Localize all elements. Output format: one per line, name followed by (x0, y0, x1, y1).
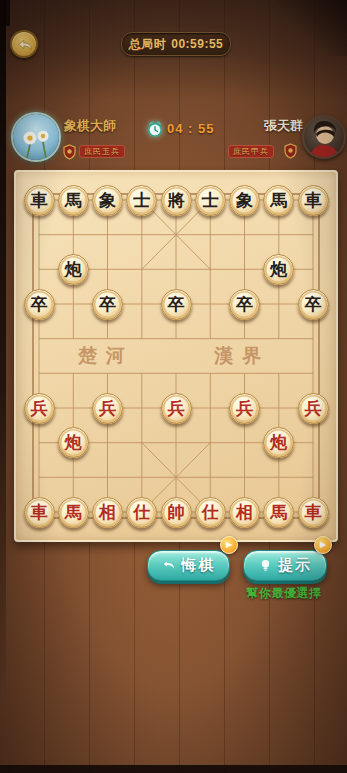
alarm-clock-icon (146, 120, 164, 138)
piece-red-馬[interactable]: 馬 (263, 497, 294, 528)
piece-black-炮[interactable]: 炮 (58, 254, 89, 285)
top-right-shadow (275, 0, 347, 56)
piece-red-仕[interactable]: 仕 (195, 497, 226, 528)
portrait-avatar-image (304, 117, 344, 157)
left-edge-shadow (0, 0, 6, 705)
hint-button[interactable]: 提示 (243, 550, 327, 581)
piece-red-兵[interactable]: 兵 (24, 393, 55, 424)
piece-black-馬[interactable]: 馬 (263, 185, 294, 216)
piece-black-卒[interactable]: 卒 (161, 289, 192, 320)
piece-black-卒[interactable]: 卒 (92, 289, 123, 320)
piece-red-兵[interactable]: 兵 (298, 393, 329, 424)
undo-button[interactable]: 悔棋 (147, 550, 230, 581)
piece-black-士[interactable]: 士 (195, 185, 226, 216)
undo-ad-play-badge[interactable]: ▶ (220, 536, 238, 554)
right-player-name: 張天群 (231, 117, 303, 135)
piece-red-馬[interactable]: 馬 (58, 497, 89, 528)
left-player-rank-badge: 庶民玉兵 (79, 145, 125, 158)
back-arrow-icon (16, 36, 33, 53)
piece-red-相[interactable]: 相 (229, 497, 260, 528)
piece-red-炮[interactable]: 炮 (263, 427, 294, 458)
play-icon: ▶ (226, 541, 232, 549)
move-timer-value: 04 : 55 (167, 121, 214, 136)
daisy-avatar-image (13, 114, 59, 160)
piece-red-車[interactable]: 車 (24, 497, 55, 528)
undo-label: 悔棋 (182, 556, 216, 575)
piece-red-帥[interactable]: 帥 (161, 497, 192, 528)
piece-red-炮[interactable]: 炮 (58, 427, 89, 458)
piece-black-象[interactable]: 象 (92, 185, 123, 216)
right-player-avatar[interactable] (302, 115, 346, 159)
right-player-rank-badge: 庶民甲兵 (228, 145, 274, 158)
left-player-name: 象棋大師 (64, 117, 116, 135)
xiangqi-game-screen: 总局时 00:59:55 象棋大師 庶民玉兵 (0, 0, 347, 773)
left-rank-medal-icon (62, 144, 77, 160)
piece-red-車[interactable]: 車 (298, 497, 329, 528)
piece-black-卒[interactable]: 卒 (229, 289, 260, 320)
hint-tip-text: 幫你最優選擇 (224, 585, 344, 602)
piece-black-馬[interactable]: 馬 (58, 185, 89, 216)
piece-red-兵[interactable]: 兵 (92, 393, 123, 424)
undo-arrow-icon (162, 558, 177, 573)
lightbulb-icon (258, 558, 273, 573)
piece-red-仕[interactable]: 仕 (126, 497, 157, 528)
play-icon: ▶ (320, 541, 326, 549)
total-time-label: 总局时 (129, 36, 167, 53)
piece-black-炮[interactable]: 炮 (263, 254, 294, 285)
total-time-value: 00:59:55 (171, 37, 223, 51)
top-left-notch (0, 0, 10, 26)
bottom-edge-shadow (0, 765, 347, 773)
piece-black-卒[interactable]: 卒 (298, 289, 329, 320)
hint-ad-play-badge[interactable]: ▶ (314, 536, 332, 554)
piece-black-車[interactable]: 車 (298, 185, 329, 216)
piece-black-象[interactable]: 象 (229, 185, 260, 216)
right-rank-medal-icon (283, 143, 298, 159)
piece-red-相[interactable]: 相 (92, 497, 123, 528)
piece-black-卒[interactable]: 卒 (24, 289, 55, 320)
piece-black-車[interactable]: 車 (24, 185, 55, 216)
piece-black-將[interactable]: 將 (161, 185, 192, 216)
left-player-avatar[interactable] (11, 112, 61, 162)
piece-red-兵[interactable]: 兵 (161, 393, 192, 424)
total-time-pill: 总局时 00:59:55 (121, 32, 231, 56)
piece-black-士[interactable]: 士 (126, 185, 157, 216)
hint-label: 提示 (278, 556, 312, 575)
xiangqi-board[interactable]: 楚河 漢界 車馬象士將士象馬車炮炮卒卒卒卒卒兵兵兵兵兵炮炮車馬相仕帥仕相馬車 (14, 170, 338, 542)
pieces-layer: 車馬象士將士象馬車炮炮卒卒卒卒卒兵兵兵兵兵炮炮車馬相仕帥仕相馬車 (16, 172, 336, 540)
piece-red-兵[interactable]: 兵 (229, 393, 260, 424)
back-button[interactable] (10, 30, 38, 58)
